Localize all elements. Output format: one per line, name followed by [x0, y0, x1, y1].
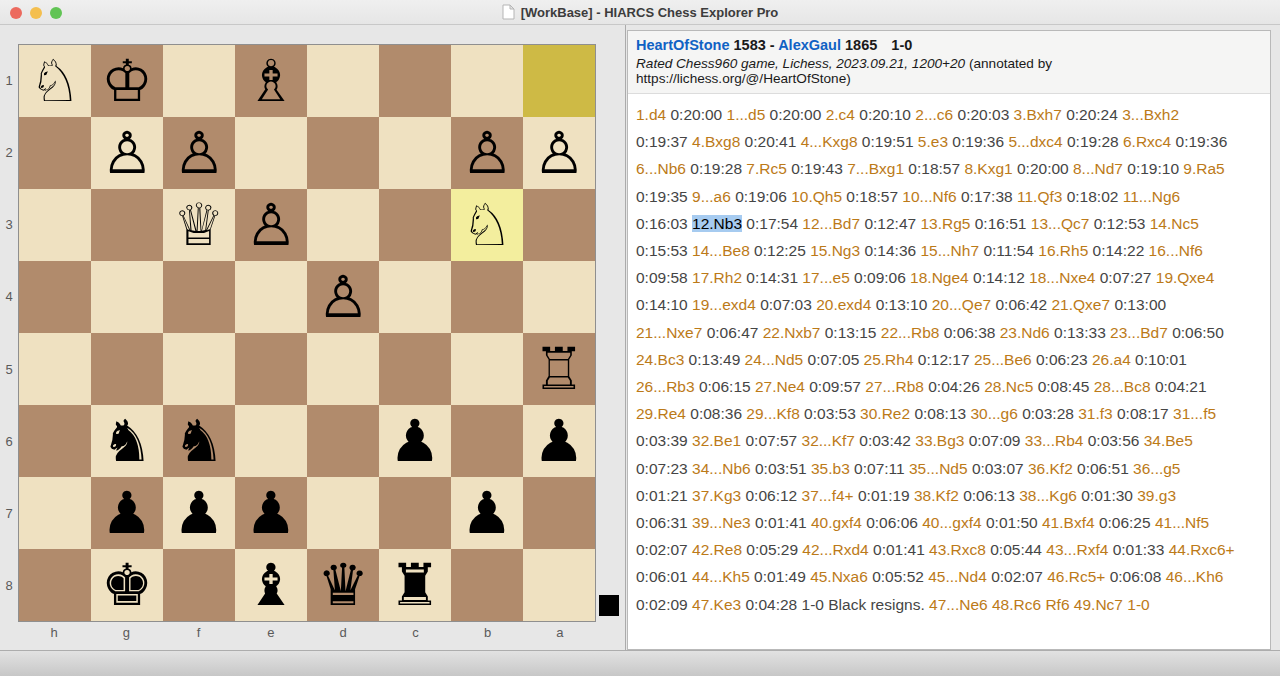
clock-time: 0:07:11 [854, 460, 905, 477]
move[interactable]: 6...Nb6 [636, 160, 686, 177]
square-e6[interactable] [235, 405, 307, 477]
clock-time: 0:14:22 [1093, 242, 1145, 259]
move[interactable]: 22.Nxb7 [763, 324, 821, 341]
move[interactable]: 35.b3 [811, 460, 850, 477]
file-label-a: a [524, 625, 596, 640]
black-player-name[interactable]: AlexGaul [778, 37, 841, 53]
clock-time: 0:14:12 [973, 269, 1025, 286]
clock-time: 0:09:06 [854, 269, 906, 286]
clock-time: 0:06:08 [1110, 568, 1162, 585]
square-a5[interactable]: ♖ [523, 333, 595, 405]
black-rating: 1865 [845, 37, 877, 53]
square-g1[interactable]: ♔ [91, 45, 163, 117]
clock-time: 0:06:01 [636, 568, 688, 585]
square-d1[interactable] [307, 45, 379, 117]
move[interactable]: 45.Nxa6 [810, 568, 868, 585]
result-text: 1-0 Black resigns. [802, 596, 925, 613]
move[interactable]: 14.Nc5 [1150, 215, 1199, 232]
clock-time: 0:17:54 [746, 215, 798, 232]
clock-time: 0:06:23 [1036, 351, 1088, 368]
game-header: HeartOfStone 1583 - AlexGaul 1865 1-0 Ra… [628, 31, 1270, 94]
move[interactable]: 33.Bg3 [915, 432, 964, 449]
move[interactable]: 11...Ng6 [1123, 188, 1180, 205]
square-d7[interactable] [307, 477, 379, 549]
move[interactable]: 13...Qc7 [1031, 215, 1090, 232]
black-pawn: ♟ [245, 477, 297, 549]
move[interactable]: 29.Re4 [636, 405, 686, 422]
clock-time: 0:20:41 [745, 133, 797, 150]
move-line: 0:09:58 17.Rh2 0:14:31 17...e5 0:09:06 1… [636, 264, 1262, 291]
move[interactable]: 12...Bd7 [802, 215, 860, 232]
move[interactable]: 49.Nc7 [1074, 596, 1123, 613]
move[interactable]: 1...d5 [727, 106, 766, 123]
rank-label-3: 3 [0, 189, 18, 261]
clock-time: 0:05:29 [746, 541, 798, 558]
white-pawn: ♙ [461, 117, 513, 189]
clock-time: 0:06:50 [1172, 324, 1224, 341]
move[interactable]: 32...Kf7 [802, 432, 855, 449]
white-pawn: ♙ [245, 189, 297, 261]
square-b3[interactable]: ♘ [451, 189, 523, 261]
move[interactable]: 19...exd4 [692, 296, 756, 313]
clock-time: 0:20:00 [770, 106, 822, 123]
window-bottom-bar [0, 650, 1280, 676]
clock-time: 0:05:44 [990, 541, 1042, 558]
file-label-b: b [452, 625, 524, 640]
white-king: ♔ [101, 45, 153, 117]
square-d2[interactable] [307, 117, 379, 189]
title-bar: [WorkBase] - HIARCS Chess Explorer Pro [0, 0, 1280, 25]
square-d3[interactable] [307, 189, 379, 261]
square-f7[interactable]: ♟ [163, 477, 235, 549]
move[interactable]: 3...Bxh2 [1122, 106, 1179, 123]
move[interactable]: 29...Kf8 [746, 405, 799, 422]
clock-time: 0:06:25 [1099, 514, 1151, 531]
move[interactable]: 24.Bc3 [636, 351, 684, 368]
clock-time: 0:08:45 [1038, 378, 1090, 395]
white-bishop: ♗ [245, 45, 297, 117]
move[interactable]: 38.Kf2 [914, 487, 959, 504]
clock-time: 0:12:25 [754, 242, 806, 259]
square-c7[interactable] [379, 477, 451, 549]
white-knight: ♘ [29, 45, 81, 117]
move[interactable]: 46.Rc5+ [1047, 568, 1105, 585]
move[interactable]: 7.Rc5 [746, 160, 787, 177]
move[interactable]: 18...Nxe4 [1029, 269, 1095, 286]
square-h2[interactable] [19, 117, 91, 189]
move[interactable]: 38...Kg6 [1019, 487, 1077, 504]
clock-time: 0:14:10 [636, 296, 688, 313]
clock-time: 0:09:58 [636, 269, 688, 286]
move-current[interactable]: 12.Nb3 [692, 215, 742, 232]
move[interactable]: 41...Nf5 [1155, 514, 1209, 531]
square-c5[interactable] [379, 333, 451, 405]
move[interactable]: 31.f3 [1078, 405, 1112, 422]
black-pawn: ♟ [461, 477, 513, 549]
square-f8[interactable] [163, 549, 235, 621]
move[interactable]: 47...Ne6 [929, 596, 988, 613]
file-label-g: g [90, 625, 162, 640]
clock-time: 0:03:53 [804, 405, 856, 422]
square-a2[interactable]: ♙ [523, 117, 595, 189]
move[interactable]: 39.g3 [1137, 487, 1176, 504]
clock-time: 0:07:27 [1100, 269, 1152, 286]
move[interactable]: 36...g5 [1133, 460, 1180, 477]
move[interactable]: 44...Kh5 [692, 568, 750, 585]
move[interactable]: 9...a6 [692, 188, 731, 205]
move[interactable]: 26.a4 [1092, 351, 1131, 368]
square-f5[interactable] [163, 333, 235, 405]
square-f6[interactable]: ♞ [163, 405, 235, 477]
square-b2[interactable]: ♙ [451, 117, 523, 189]
square-f3[interactable]: ♕ [163, 189, 235, 261]
clock-time: 0:06:42 [995, 296, 1047, 313]
file-label-f: f [163, 625, 235, 640]
close-button[interactable] [10, 7, 22, 19]
move[interactable]: 43.Rxc8 [929, 541, 986, 558]
clock-time: 0:03:51 [755, 460, 807, 477]
move-line: 0:06:31 39...Ne3 0:01:41 40.gxf4 0:06:06… [636, 509, 1262, 536]
move[interactable]: 22...Rb8 [881, 324, 940, 341]
rank-label-1: 1 [0, 44, 18, 116]
move[interactable]: 40...gxf4 [922, 514, 981, 531]
square-h6[interactable] [19, 405, 91, 477]
square-e3[interactable]: ♙ [235, 189, 307, 261]
square-g6[interactable]: ♞ [91, 405, 163, 477]
file-label-c: c [379, 625, 451, 640]
move[interactable]: 4...Kxg8 [801, 133, 858, 150]
clock-time: 0:06:38 [944, 324, 996, 341]
file-label-e: e [235, 625, 307, 640]
move[interactable]: 31...f5 [1173, 405, 1216, 422]
move[interactable]: 42.Re8 [692, 541, 742, 558]
square-a1[interactable] [523, 45, 595, 117]
clock-time: 0:20:00 [670, 106, 722, 123]
move[interactable]: 20.exd4 [816, 296, 871, 313]
square-h1[interactable]: ♘ [19, 45, 91, 117]
clock-time: 0:06:31 [636, 514, 688, 531]
clock-time: 0:08:13 [914, 405, 966, 422]
square-b5[interactable] [451, 333, 523, 405]
clock-time: 0:06:15 [699, 378, 751, 395]
move[interactable]: 35...Nd5 [909, 460, 968, 477]
clock-time: 0:02:07 [991, 568, 1043, 585]
clock-time: 0:16:03 [636, 215, 688, 232]
move[interactable]: 5...dxc4 [1008, 133, 1062, 150]
move[interactable]: 16...Nf6 [1149, 242, 1203, 259]
black-pawn: ♟ [101, 477, 153, 549]
move[interactable]: 34.Be5 [1144, 432, 1193, 449]
move[interactable]: 26...Rb3 [636, 378, 695, 395]
move[interactable]: 28...Bc8 [1094, 378, 1151, 395]
clock-time: 0:14:36 [864, 242, 916, 259]
move[interactable]: 10...Nf6 [902, 188, 956, 205]
square-c8[interactable]: ♜ [379, 549, 451, 621]
move-line: 26...Rb3 0:06:15 27.Ne4 0:09:57 27...Rb8… [636, 373, 1262, 400]
move-line: 0:19:35 9...a6 0:19:06 10.Qh5 0:18:57 10… [636, 183, 1262, 210]
move[interactable]: 17...e5 [802, 269, 849, 286]
white-rook: ♖ [533, 333, 585, 405]
move-line: 0:02:09 47.Ke3 0:04:28 1-0 Black resigns… [636, 591, 1262, 618]
move[interactable]: 3.Bxh7 [1014, 106, 1062, 123]
black-rook: ♜ [389, 549, 441, 621]
move[interactable]: 7...Bxg1 [847, 160, 904, 177]
file-label-h: h [18, 625, 90, 640]
clock-time: 0:07:03 [760, 296, 812, 313]
move-line: 0:06:01 44...Kh5 0:01:49 45.Nxa6 0:05:52… [636, 563, 1262, 590]
square-f1[interactable] [163, 45, 235, 117]
file-label-d: d [307, 625, 379, 640]
move[interactable]: 4.Bxg8 [692, 133, 740, 150]
clock-time: 0:19:43 [791, 160, 843, 177]
move[interactable]: 8.Kxg1 [964, 160, 1012, 177]
move[interactable]: 25.Rh4 [864, 351, 914, 368]
white-queen: ♕ [173, 189, 225, 261]
square-g8[interactable]: ♚ [91, 549, 163, 621]
clock-time: 0:11:54 [983, 242, 1034, 259]
move[interactable]: 11.Qf3 [1017, 188, 1062, 205]
players-separator: - [770, 37, 775, 53]
move-line: 6...Nb6 0:19:28 7.Rc5 0:19:43 7...Bxg1 0… [636, 155, 1262, 182]
clock-time: 0:17:38 [961, 188, 1013, 205]
square-h4[interactable] [19, 261, 91, 333]
move[interactable]: 24...Nd5 [745, 351, 804, 368]
black-pawn: ♟ [533, 405, 585, 477]
move[interactable]: 36.Kf2 [1028, 460, 1073, 477]
move[interactable]: 47.Ke3 [692, 596, 741, 613]
move[interactable]: 19.Qxe4 [1156, 269, 1215, 286]
square-f4[interactable] [163, 261, 235, 333]
move[interactable]: 32.Be1 [692, 432, 741, 449]
square-c2[interactable] [379, 117, 451, 189]
square-b7[interactable]: ♟ [451, 477, 523, 549]
move[interactable]: 27.Ne4 [755, 378, 805, 395]
move[interactable]: 2...c6 [915, 106, 953, 123]
square-d8[interactable]: ♛ [307, 549, 379, 621]
square-e7[interactable]: ♟ [235, 477, 307, 549]
black-knight: ♞ [173, 405, 225, 477]
white-pawn: ♙ [317, 261, 369, 333]
move[interactable]: 27...Rb8 [865, 378, 924, 395]
move-line: 1.d4 0:20:00 1...d5 0:20:00 2.c4 0:20:10… [636, 101, 1262, 128]
clock-time: 0:12:17 [918, 351, 970, 368]
move[interactable]: 23.Nd6 [1000, 324, 1050, 341]
move-line: 0:03:39 32.Be1 0:07:57 32...Kf7 0:03:42 … [636, 427, 1262, 454]
square-a6[interactable]: ♟ [523, 405, 595, 477]
white-knight: ♘ [461, 189, 513, 261]
rank-label-8: 8 [0, 550, 18, 622]
square-b1[interactable] [451, 45, 523, 117]
zoom-button[interactable] [50, 7, 62, 19]
move-line: 0:16:03 12.Nb3 0:17:54 12...Bd7 0:12:47 … [636, 210, 1262, 237]
square-h3[interactable] [19, 189, 91, 261]
move[interactable]: 2.c4 [826, 106, 855, 123]
move[interactable]: 42...Rxd4 [802, 541, 868, 558]
move-line: 24.Bc3 0:13:49 24...Nd5 0:07:05 25.Rh4 0… [636, 346, 1262, 373]
square-g4[interactable] [91, 261, 163, 333]
square-e5[interactable] [235, 333, 307, 405]
clock-time: 0:06:12 [745, 487, 797, 504]
clock-time: 0:07:23 [636, 460, 688, 477]
move-pane: HeartOfStone 1583 - AlexGaul 1865 1-0 Ra… [627, 30, 1271, 650]
clock-time: 0:03:07 [972, 460, 1024, 477]
clock-time: 0:07:09 [969, 432, 1021, 449]
clock-time: 0:15:53 [636, 242, 688, 259]
clock-time: 0:07:57 [745, 432, 797, 449]
square-c1[interactable] [379, 45, 451, 117]
move[interactable]: 21...Nxe7 [636, 324, 702, 341]
clock-time: 0:13:15 [825, 324, 877, 341]
move[interactable]: Rf6 [1045, 596, 1069, 613]
clock-time: 0:19:36 [1176, 133, 1228, 150]
move[interactable]: 13.Rg5 [920, 215, 970, 232]
move[interactable]: 1.d4 [636, 106, 666, 123]
move[interactable]: 40.gxf4 [811, 514, 862, 531]
clock-time: 0:04:26 [928, 378, 980, 395]
square-h5[interactable] [19, 333, 91, 405]
move[interactable]: 43...Rxf4 [1046, 541, 1108, 558]
square-c4[interactable] [379, 261, 451, 333]
clock-time: 0:06:47 [707, 324, 759, 341]
clock-time: 0:16:51 [975, 215, 1027, 232]
move[interactable]: 41.Bxf4 [1042, 514, 1095, 531]
square-h7[interactable] [19, 477, 91, 549]
square-c6[interactable]: ♟ [379, 405, 451, 477]
square-d5[interactable] [307, 333, 379, 405]
move[interactable]: 18.Nge4 [910, 269, 969, 286]
white-pawn: ♙ [101, 117, 153, 189]
minimize-button[interactable] [30, 7, 42, 19]
clock-time: 0:01:33 [1113, 541, 1165, 558]
clock-time: 0:01:21 [636, 487, 688, 504]
clock-time: 0:19:35 [636, 188, 688, 205]
square-d4[interactable]: ♙ [307, 261, 379, 333]
square-e4[interactable] [235, 261, 307, 333]
move[interactable]: 17.Rh2 [692, 269, 742, 286]
move[interactable]: 33...Rb4 [1025, 432, 1084, 449]
move-line: 0:01:21 37.Kg3 0:06:12 37...f4+ 0:01:19 … [636, 482, 1262, 509]
clock-time: 0:19:06 [735, 188, 787, 205]
square-e2[interactable] [235, 117, 307, 189]
move[interactable]: 34...Nb6 [692, 460, 751, 477]
move[interactable]: 39...Ne3 [692, 514, 751, 531]
side-to-move-indicator-black [599, 595, 619, 616]
square-a4[interactable] [523, 261, 595, 333]
move[interactable]: 21.Qxe7 [1051, 296, 1110, 313]
move[interactable]: 1-0 [1127, 596, 1149, 613]
move[interactable]: 10.Qh5 [791, 188, 842, 205]
rank-label-7: 7 [0, 478, 18, 550]
move[interactable]: 9.Ra5 [1183, 160, 1224, 177]
board-pane: 12345678 ♘♔♗♙♙♙♙♕♙♘♙♖♞♞♟♟♟♟♟♟♚♝♛♜ hgfedc… [0, 25, 626, 650]
clock-time: 0:01:50 [986, 514, 1038, 531]
square-d6[interactable] [307, 405, 379, 477]
rank-labels: 12345678 [0, 44, 18, 622]
move[interactable]: 16.Rh5 [1038, 242, 1088, 259]
move[interactable]: 30.Re2 [860, 405, 910, 422]
clock-time: 0:13:10 [876, 296, 928, 313]
move-line: 29.Re4 0:08:36 29...Kf8 0:03:53 30.Re2 0… [636, 400, 1262, 427]
square-g5[interactable] [91, 333, 163, 405]
white-player-name[interactable]: HeartOfStone [636, 37, 729, 53]
file-labels: hgfedcba [18, 625, 596, 640]
square-e8[interactable]: ♝ [235, 549, 307, 621]
game-result: 1-0 [891, 37, 912, 53]
clock-time: 0:20:03 [958, 106, 1010, 123]
move[interactable]: 44.Rxc6+ [1169, 541, 1235, 558]
white-pawn: ♙ [173, 117, 225, 189]
clock-time: 0:20:10 [859, 106, 911, 123]
move[interactable]: 15.Ng3 [810, 242, 860, 259]
move-line: 0:07:23 34...Nb6 0:03:51 35.b3 0:07:11 3… [636, 455, 1262, 482]
square-h8[interactable] [19, 549, 91, 621]
square-b6[interactable] [451, 405, 523, 477]
move[interactable]: 37...f4+ [802, 487, 854, 504]
clock-time: 0:19:28 [1067, 133, 1119, 150]
move[interactable]: 45...Nd4 [928, 568, 987, 585]
rank-label-2: 2 [0, 116, 18, 188]
move[interactable]: 46...Kh6 [1166, 568, 1224, 585]
clock-time: 0:13:49 [689, 351, 741, 368]
clock-time: 0:05:52 [872, 568, 924, 585]
clock-time: 0:19:28 [690, 160, 742, 177]
move[interactable]: 20...Qe7 [932, 296, 991, 313]
move[interactable]: 23...Bd7 [1110, 324, 1168, 341]
square-g2[interactable]: ♙ [91, 117, 163, 189]
app-window: [WorkBase] - HIARCS Chess Explorer Pro 1… [0, 0, 1280, 676]
game-info-line: Rated Chess960 game, Lichess, 2023.09.21… [636, 56, 1262, 86]
clock-time: 0:19:10 [1127, 160, 1179, 177]
square-c3[interactable] [379, 189, 451, 261]
square-b4[interactable] [451, 261, 523, 333]
clock-time: 0:19:51 [862, 133, 914, 150]
game-info: Rated Chess960 game, Lichess, 2023.09.21… [636, 56, 965, 71]
clock-time: 0:03:39 [636, 432, 688, 449]
move[interactable]: 48.Rc6 [992, 596, 1041, 613]
move[interactable]: 6.Rxc4 [1123, 133, 1171, 150]
clock-time: 0:01:19 [858, 487, 910, 504]
square-b8[interactable] [451, 549, 523, 621]
clock-time: 0:03:56 [1088, 432, 1140, 449]
move[interactable]: 5.e3 [918, 133, 948, 150]
move[interactable]: 37.Kg3 [692, 487, 741, 504]
move-line: 0:15:53 14...Be8 0:12:25 15.Ng3 0:14:36 … [636, 237, 1262, 264]
clock-time: 0:09:57 [809, 378, 861, 395]
move-line: 0:02:07 42.Re8 0:05:29 42...Rxd4 0:01:41… [636, 536, 1262, 563]
clock-time: 0:01:30 [1081, 487, 1133, 504]
clock-time: 0:13:33 [1054, 324, 1106, 341]
clock-time: 0:02:07 [636, 541, 688, 558]
square-e1[interactable]: ♗ [235, 45, 307, 117]
square-a8[interactable] [523, 549, 595, 621]
square-a3[interactable] [523, 189, 595, 261]
move[interactable]: 28.Nc5 [984, 378, 1033, 395]
move[interactable]: 15...Nh7 [920, 242, 979, 259]
move[interactable]: 8...Nd7 [1073, 160, 1123, 177]
black-pawn: ♟ [389, 405, 441, 477]
square-g3[interactable] [91, 189, 163, 261]
square-g7[interactable]: ♟ [91, 477, 163, 549]
move[interactable]: 14...Be8 [692, 242, 750, 259]
clock-time: 0:08:17 [1117, 405, 1169, 422]
move[interactable]: 25...Be6 [974, 351, 1032, 368]
square-f2[interactable]: ♙ [163, 117, 235, 189]
clock-time: 0:10:01 [1135, 351, 1187, 368]
players-line: HeartOfStone 1583 - AlexGaul 1865 1-0 [636, 37, 1262, 53]
move[interactable]: 30...g6 [970, 405, 1017, 422]
square-a7[interactable] [523, 477, 595, 549]
clock-time: 0:08:36 [690, 405, 742, 422]
